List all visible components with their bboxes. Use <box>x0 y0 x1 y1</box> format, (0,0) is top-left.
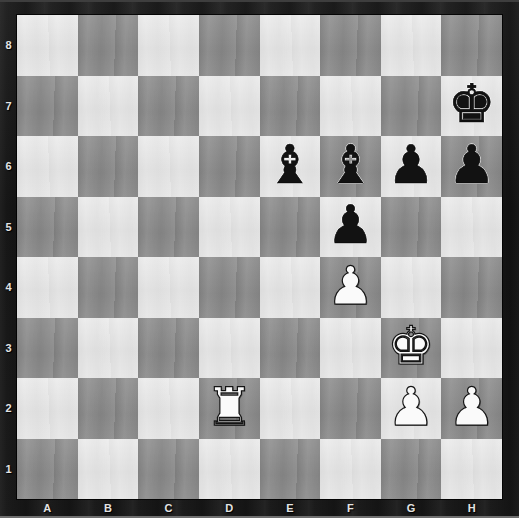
square-f1[interactable] <box>320 439 381 500</box>
square-b8[interactable] <box>78 15 139 76</box>
square-e6[interactable]: ♝ <box>260 136 321 197</box>
square-a3[interactable] <box>17 318 78 379</box>
square-a4[interactable] <box>17 257 78 318</box>
square-f4[interactable]: ♟ <box>320 257 381 318</box>
square-d3[interactable] <box>199 318 260 379</box>
piece-white-pawn[interactable]: ♟ <box>327 259 375 312</box>
square-f6[interactable]: ♝ <box>320 136 381 197</box>
square-e1[interactable] <box>260 439 321 500</box>
square-e7[interactable] <box>260 76 321 137</box>
rank-label-1: 1 <box>0 439 17 500</box>
square-d4[interactable] <box>199 257 260 318</box>
square-a1[interactable] <box>17 439 78 500</box>
piece-white-king[interactable]: ♚ <box>387 319 435 372</box>
rank-label-4: 4 <box>0 257 17 318</box>
square-a2[interactable] <box>17 378 78 439</box>
square-b5[interactable] <box>78 197 139 258</box>
square-a7[interactable] <box>17 76 78 137</box>
square-a8[interactable] <box>17 15 78 76</box>
piece-white-pawn[interactable]: ♟ <box>448 380 496 433</box>
square-b6[interactable] <box>78 136 139 197</box>
square-a5[interactable] <box>17 197 78 258</box>
piece-black-bishop[interactable]: ♝ <box>327 138 375 191</box>
square-h5[interactable] <box>441 197 502 258</box>
rank-label-8: 8 <box>0 15 17 76</box>
square-c7[interactable] <box>138 76 199 137</box>
square-e2[interactable] <box>260 378 321 439</box>
square-h1[interactable] <box>441 439 502 500</box>
square-c8[interactable] <box>138 15 199 76</box>
file-label-f: F <box>320 499 381 516</box>
square-d5[interactable] <box>199 197 260 258</box>
square-g8[interactable] <box>381 15 442 76</box>
square-c5[interactable] <box>138 197 199 258</box>
square-f7[interactable] <box>320 76 381 137</box>
file-label-e: E <box>260 499 321 516</box>
piece-black-pawn[interactable]: ♟ <box>327 198 375 251</box>
square-c2[interactable] <box>138 378 199 439</box>
file-label-a: A <box>17 499 78 516</box>
square-c6[interactable] <box>138 136 199 197</box>
square-h3[interactable] <box>441 318 502 379</box>
file-label-g: G <box>381 499 442 516</box>
square-g2[interactable]: ♟ <box>381 378 442 439</box>
rank-label-6: 6 <box>0 136 17 197</box>
square-c3[interactable] <box>138 318 199 379</box>
rank-labels: 87654321 <box>0 15 17 499</box>
square-f5[interactable]: ♟ <box>320 197 381 258</box>
square-c1[interactable] <box>138 439 199 500</box>
square-d7[interactable] <box>199 76 260 137</box>
rank-label-2: 2 <box>0 378 17 439</box>
file-label-d: D <box>199 499 260 516</box>
square-g5[interactable] <box>381 197 442 258</box>
square-e3[interactable] <box>260 318 321 379</box>
square-h6[interactable]: ♟ <box>441 136 502 197</box>
square-c4[interactable] <box>138 257 199 318</box>
square-g3[interactable]: ♚ <box>381 318 442 379</box>
square-b1[interactable] <box>78 439 139 500</box>
rank-label-3: 3 <box>0 318 17 379</box>
square-g4[interactable] <box>381 257 442 318</box>
square-b4[interactable] <box>78 257 139 318</box>
square-e5[interactable] <box>260 197 321 258</box>
square-h8[interactable] <box>441 15 502 76</box>
rank-label-5: 5 <box>0 197 17 258</box>
chessboard: ♚♝♝♟♟♟♟♚♜♟♟ <box>17 15 502 499</box>
square-g7[interactable] <box>381 76 442 137</box>
square-h2[interactable]: ♟ <box>441 378 502 439</box>
piece-white-rook[interactable]: ♜ <box>205 380 253 433</box>
square-f3[interactable] <box>320 318 381 379</box>
square-b2[interactable] <box>78 378 139 439</box>
square-d6[interactable] <box>199 136 260 197</box>
piece-black-bishop[interactable]: ♝ <box>266 138 314 191</box>
square-b7[interactable] <box>78 76 139 137</box>
square-g6[interactable]: ♟ <box>381 136 442 197</box>
file-label-c: C <box>138 499 199 516</box>
square-e4[interactable] <box>260 257 321 318</box>
square-g1[interactable] <box>381 439 442 500</box>
square-f2[interactable] <box>320 378 381 439</box>
square-h4[interactable] <box>441 257 502 318</box>
file-label-b: B <box>78 499 139 516</box>
square-e8[interactable] <box>260 15 321 76</box>
piece-white-pawn[interactable]: ♟ <box>387 380 435 433</box>
square-f8[interactable] <box>320 15 381 76</box>
file-label-h: H <box>441 499 502 516</box>
square-d8[interactable] <box>199 15 260 76</box>
square-d2[interactable]: ♜ <box>199 378 260 439</box>
square-h7[interactable]: ♚ <box>441 76 502 137</box>
square-b3[interactable] <box>78 318 139 379</box>
chessboard-frame: 87654321 ♚♝♝♟♟♟♟♚♜♟♟ ABCDEFGH <box>0 0 519 518</box>
piece-black-pawn[interactable]: ♟ <box>387 138 435 191</box>
piece-black-pawn[interactable]: ♟ <box>448 138 496 191</box>
piece-black-king[interactable]: ♚ <box>448 77 496 130</box>
file-labels: ABCDEFGH <box>17 499 502 516</box>
square-a6[interactable] <box>17 136 78 197</box>
rank-label-7: 7 <box>0 76 17 137</box>
square-d1[interactable] <box>199 439 260 500</box>
